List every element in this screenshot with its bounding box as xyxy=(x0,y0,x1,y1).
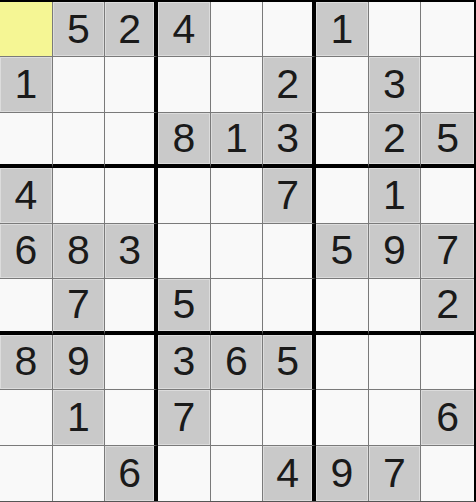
grid-cell-r4c9[interactable] xyxy=(421,168,474,223)
grid-cell-r8c7[interactable] xyxy=(316,390,369,445)
grid-cell-r6c3[interactable] xyxy=(105,279,158,334)
grid-cell-r3c3[interactable] xyxy=(105,113,158,168)
grid-cell-r4c6[interactable]: 7 xyxy=(263,168,316,223)
grid-cell-r7c9[interactable] xyxy=(421,335,474,390)
grid-cell-r2c2[interactable] xyxy=(53,57,106,112)
grid-cell-r1c4[interactable]: 4 xyxy=(158,2,211,57)
grid-cell-r5c7[interactable]: 5 xyxy=(316,224,369,279)
grid-cell-r7c1[interactable]: 8 xyxy=(0,335,53,390)
grid-cell-r5c6[interactable] xyxy=(263,224,316,279)
grid-cell-r1c6[interactable] xyxy=(263,2,316,57)
grid-cell-r9c9[interactable] xyxy=(421,446,474,501)
grid-cell-r3c2[interactable] xyxy=(53,113,106,168)
grid-cell-r4c2[interactable] xyxy=(53,168,106,223)
grid-cell-r5c9[interactable]: 7 xyxy=(421,224,474,279)
grid-cell-r8c9[interactable]: 6 xyxy=(421,390,474,445)
grid-cell-r1c7[interactable]: 1 xyxy=(316,2,369,57)
grid-cell-r2c1[interactable]: 1 xyxy=(0,57,53,112)
grid-cell-r1c5[interactable] xyxy=(211,2,264,57)
grid-cell-r7c8[interactable] xyxy=(369,335,422,390)
grid-cell-r2c7[interactable] xyxy=(316,57,369,112)
grid-cell-r2c3[interactable] xyxy=(105,57,158,112)
grid-cell-r6c2[interactable]: 7 xyxy=(53,279,106,334)
grid-cell-r6c9[interactable]: 2 xyxy=(421,279,474,334)
grid-cell-r5c8[interactable]: 9 xyxy=(369,224,422,279)
grid-cell-r7c7[interactable] xyxy=(316,335,369,390)
grid-cell-r9c6[interactable]: 4 xyxy=(263,446,316,501)
grid-cell-r9c1[interactable] xyxy=(0,446,53,501)
grid-cell-r1c1[interactable] xyxy=(0,2,53,57)
grid-cell-r1c9[interactable] xyxy=(421,2,474,57)
grid-cell-r2c4[interactable] xyxy=(158,57,211,112)
grid-cell-r4c1[interactable]: 4 xyxy=(0,168,53,223)
grid-cell-r9c8[interactable]: 7 xyxy=(369,446,422,501)
grid-cell-r8c5[interactable] xyxy=(211,390,264,445)
grid-cell-r6c6[interactable] xyxy=(263,279,316,334)
grid-cell-r5c1[interactable]: 6 xyxy=(0,224,53,279)
grid-cell-r3c4[interactable]: 8 xyxy=(158,113,211,168)
grid-cell-r3c1[interactable] xyxy=(0,113,53,168)
grid-cell-r2c5[interactable] xyxy=(211,57,264,112)
grid-cell-r6c7[interactable] xyxy=(316,279,369,334)
grid-cell-r1c8[interactable] xyxy=(369,2,422,57)
grid-cell-r5c4[interactable] xyxy=(158,224,211,279)
grid-cell-r9c4[interactable] xyxy=(158,446,211,501)
grid-cell-r4c5[interactable] xyxy=(211,168,264,223)
grid-cell-r6c4[interactable]: 5 xyxy=(158,279,211,334)
grid-cell-r6c8[interactable] xyxy=(369,279,422,334)
grid-cell-r7c3[interactable] xyxy=(105,335,158,390)
grid-cell-r4c3[interactable] xyxy=(105,168,158,223)
grid-cell-r3c7[interactable] xyxy=(316,113,369,168)
grid-cell-r7c2[interactable]: 9 xyxy=(53,335,106,390)
grid-cell-r7c6[interactable]: 5 xyxy=(263,335,316,390)
grid-cell-r7c4[interactable]: 3 xyxy=(158,335,211,390)
grid-cell-r1c3[interactable]: 2 xyxy=(105,2,158,57)
grid-cell-r2c6[interactable]: 2 xyxy=(263,57,316,112)
grid-cell-r6c1[interactable] xyxy=(0,279,53,334)
grid-cell-r9c5[interactable] xyxy=(211,446,264,501)
grid-cell-r4c7[interactable] xyxy=(316,168,369,223)
grid-cell-r5c5[interactable] xyxy=(211,224,264,279)
grid-cell-r7c5[interactable]: 6 xyxy=(211,335,264,390)
grid-cell-r8c2[interactable]: 1 xyxy=(53,390,106,445)
grid-cell-r3c8[interactable]: 2 xyxy=(369,113,422,168)
grid-cell-r9c2[interactable] xyxy=(53,446,106,501)
grid-cell-r4c4[interactable] xyxy=(158,168,211,223)
grid-cell-r5c3[interactable]: 3 xyxy=(105,224,158,279)
grid-cell-r8c1[interactable] xyxy=(0,390,53,445)
grid-cell-r2c9[interactable] xyxy=(421,57,474,112)
grid-cell-r6c5[interactable] xyxy=(211,279,264,334)
grid-cell-r8c4[interactable]: 7 xyxy=(158,390,211,445)
sudoku-board: 524112381325471683597752893651766497 xyxy=(0,0,476,502)
grid-cell-r8c6[interactable] xyxy=(263,390,316,445)
grid-cell-r3c6[interactable]: 3 xyxy=(263,113,316,168)
grid-cell-r3c9[interactable]: 5 xyxy=(421,113,474,168)
grid-cell-r8c8[interactable] xyxy=(369,390,422,445)
grid-cell-r9c7[interactable]: 9 xyxy=(316,446,369,501)
grid-cell-r9c3[interactable]: 6 xyxy=(105,446,158,501)
grid-cell-r2c8[interactable]: 3 xyxy=(369,57,422,112)
grid-cell-r8c3[interactable] xyxy=(105,390,158,445)
grid-cell-r3c5[interactable]: 1 xyxy=(211,113,264,168)
grid-cell-r5c2[interactable]: 8 xyxy=(53,224,106,279)
grid-cell-r4c8[interactable]: 1 xyxy=(369,168,422,223)
grid-cell-r1c2[interactable]: 5 xyxy=(53,2,106,57)
